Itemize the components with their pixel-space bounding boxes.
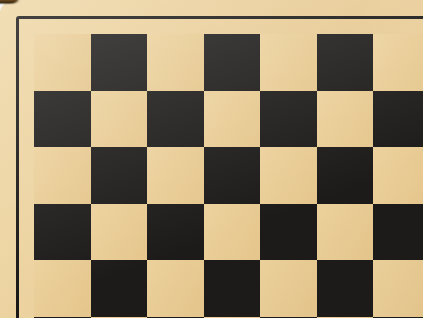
square-g5 [373,204,423,261]
square-f6 [317,147,374,204]
square-a4 [34,260,91,317]
square-b8 [91,34,148,91]
square-g6 [373,147,423,204]
square-b7 [91,91,148,148]
square-d6 [204,147,261,204]
square-e5 [260,204,317,261]
square-c7 [147,91,204,148]
square-b6 [91,147,148,204]
square-b5 [91,204,148,261]
square-e6 [260,147,317,204]
square-a6 [34,147,91,204]
square-g4 [373,260,423,317]
chess-set-product-photo: ♜♞♝♛♚♝♞♜♟♟♟♟♟♟♟♟♟♟♟♟♟♟♟♟♜♞♝♛♚♝♞♜ [0,0,423,318]
square-d5 [204,204,261,261]
chess-board [0,0,423,318]
square-b4 [91,260,148,317]
square-f4 [317,260,374,317]
square-f7 [317,91,374,148]
square-e4 [260,260,317,317]
square-d8 [204,34,261,91]
square-g7 [373,91,423,148]
square-c6 [147,147,204,204]
square-d7 [204,91,261,148]
square-f8 [317,34,374,91]
square-e8 [260,34,317,91]
square-c4 [147,260,204,317]
square-a8 [34,34,91,91]
square-f5 [317,204,374,261]
square-a5 [34,204,91,261]
square-c5 [147,204,204,261]
square-e7 [260,91,317,148]
board-grid [34,34,423,318]
square-a7 [34,91,91,148]
square-g8 [373,34,423,91]
square-c8 [147,34,204,91]
square-d4 [204,260,261,317]
